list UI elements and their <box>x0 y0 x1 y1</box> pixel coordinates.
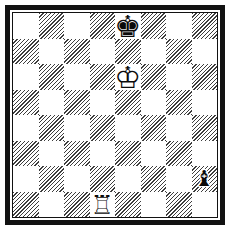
square-c6[interactable] <box>64 64 90 90</box>
square-d4[interactable] <box>90 115 116 141</box>
square-d1[interactable]: ♖ <box>90 192 116 218</box>
square-b5[interactable] <box>39 90 65 116</box>
chess-board: ♚♔♝♖ <box>13 13 217 217</box>
square-f5[interactable] <box>141 90 167 116</box>
square-e1[interactable] <box>115 192 141 218</box>
square-c8[interactable] <box>64 13 90 39</box>
square-a6[interactable] <box>13 64 39 90</box>
square-f3[interactable] <box>141 141 167 167</box>
square-b7[interactable] <box>39 39 65 65</box>
square-f4[interactable] <box>141 115 167 141</box>
square-c2[interactable] <box>64 166 90 192</box>
square-e4[interactable] <box>115 115 141 141</box>
board-frame-outer: ♚♔♝♖ <box>5 5 225 225</box>
square-f1[interactable] <box>141 192 167 218</box>
square-c7[interactable] <box>64 39 90 65</box>
square-g6[interactable] <box>166 64 192 90</box>
square-d6[interactable] <box>90 64 116 90</box>
square-c3[interactable] <box>64 141 90 167</box>
square-h1[interactable] <box>192 192 218 218</box>
square-g1[interactable] <box>166 192 192 218</box>
square-e8[interactable]: ♚ <box>115 13 141 39</box>
chess-diagram: ♚♔♝♖ <box>5 5 225 225</box>
square-a2[interactable] <box>13 166 39 192</box>
square-b1[interactable] <box>39 192 65 218</box>
square-d8[interactable] <box>90 13 116 39</box>
square-c5[interactable] <box>64 90 90 116</box>
square-h8[interactable] <box>192 13 218 39</box>
square-f6[interactable] <box>141 64 167 90</box>
square-h2[interactable]: ♝ <box>192 166 218 192</box>
square-h3[interactable] <box>192 141 218 167</box>
black-king-piece[interactable]: ♚ <box>114 12 141 42</box>
square-h7[interactable] <box>192 39 218 65</box>
square-b3[interactable] <box>39 141 65 167</box>
square-g3[interactable] <box>166 141 192 167</box>
square-b6[interactable] <box>39 64 65 90</box>
square-c1[interactable] <box>64 192 90 218</box>
square-d5[interactable] <box>90 90 116 116</box>
square-a5[interactable] <box>13 90 39 116</box>
square-a3[interactable] <box>13 141 39 167</box>
square-g2[interactable] <box>166 166 192 192</box>
board-frame-inner: ♚♔♝♖ <box>12 12 218 218</box>
square-h4[interactable] <box>192 115 218 141</box>
square-a4[interactable] <box>13 115 39 141</box>
square-g8[interactable] <box>166 13 192 39</box>
square-a8[interactable] <box>13 13 39 39</box>
square-g7[interactable] <box>166 39 192 65</box>
white-rook-piece[interactable]: ♖ <box>91 192 114 218</box>
square-b8[interactable] <box>39 13 65 39</box>
square-g5[interactable] <box>166 90 192 116</box>
square-h6[interactable] <box>192 64 218 90</box>
square-e6[interactable]: ♔ <box>115 64 141 90</box>
black-bishop-piece[interactable]: ♝ <box>194 168 214 190</box>
white-king-piece[interactable]: ♔ <box>114 63 141 93</box>
square-d7[interactable] <box>90 39 116 65</box>
square-h5[interactable] <box>192 90 218 116</box>
square-e3[interactable] <box>115 141 141 167</box>
square-d3[interactable] <box>90 141 116 167</box>
square-f8[interactable] <box>141 13 167 39</box>
square-b2[interactable] <box>39 166 65 192</box>
square-a7[interactable] <box>13 39 39 65</box>
square-f2[interactable] <box>141 166 167 192</box>
square-e2[interactable] <box>115 166 141 192</box>
square-a1[interactable] <box>13 192 39 218</box>
square-c4[interactable] <box>64 115 90 141</box>
square-d2[interactable] <box>90 166 116 192</box>
square-g4[interactable] <box>166 115 192 141</box>
square-f7[interactable] <box>141 39 167 65</box>
square-b4[interactable] <box>39 115 65 141</box>
